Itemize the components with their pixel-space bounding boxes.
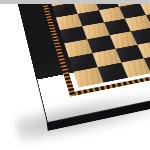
chessboard-product-photo[interactable]	[0, 0, 150, 150]
chess-board	[10, 0, 150, 122]
photo-top-band	[0, 0, 150, 4]
perspective-wrapper	[0, 0, 150, 150]
